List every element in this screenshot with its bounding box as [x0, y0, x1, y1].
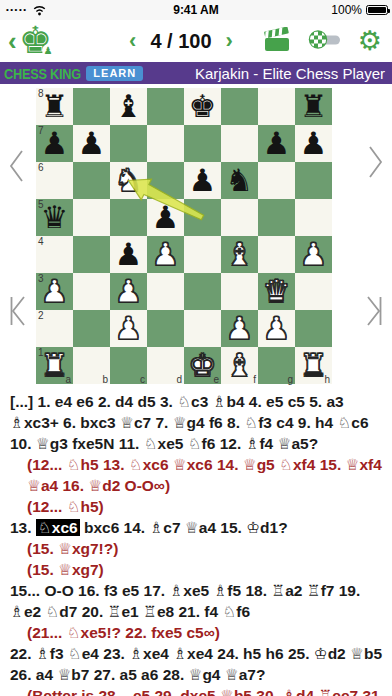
black-rook-h8: ♜: [300, 88, 328, 125]
white-rook-h1: ♜: [300, 347, 328, 384]
prev-position-button[interactable]: ‹: [129, 20, 136, 62]
status-bar: ••••• 9:41 AM 100%: [0, 0, 392, 20]
black-pawn-a7: ♟: [41, 125, 69, 162]
square-e1[interactable]: e♚: [184, 347, 221, 384]
white-pawn-a3: ♟: [41, 273, 69, 310]
square-h3[interactable]: [295, 273, 332, 310]
notation-line-variation[interactable]: ♕a4 16. ♕d2 O-O∞): [0, 475, 392, 496]
square-e3[interactable]: [184, 273, 221, 310]
file-label: d: [176, 374, 182, 385]
square-h5[interactable]: [295, 199, 332, 236]
first-move-button[interactable]: [7, 293, 29, 329]
square-g6[interactable]: [258, 162, 295, 199]
notation-line[interactable]: 10. ♕g3 fxe5N 11. ♘xe5 ♘f6 12. ♗f4 ♕a5?: [0, 433, 392, 454]
square-d6[interactable]: [147, 162, 184, 199]
square-d3[interactable]: [147, 273, 184, 310]
notation-line-variation[interactable]: (15. ♕xg7): [0, 559, 392, 580]
notation-line-variation[interactable]: (12... ♘h5): [0, 496, 392, 517]
square-b3[interactable]: [73, 273, 110, 310]
white-bishop-f4: ♝: [226, 236, 254, 273]
settings-button[interactable]: ⚙: [358, 20, 382, 62]
square-d4[interactable]: ♟: [147, 236, 184, 273]
file-label: c: [140, 374, 145, 385]
square-h4[interactable]: ♟: [295, 236, 332, 273]
square-g8[interactable]: [258, 88, 295, 125]
battery-percent: 100%: [331, 3, 362, 17]
black-pawn-c4: ♟: [115, 236, 143, 273]
black-knight-f6: ♞: [226, 162, 254, 199]
file-label: g: [287, 374, 293, 385]
square-a7[interactable]: 7♟: [36, 125, 73, 162]
checkered-ball-toggle-icon: [308, 29, 341, 50]
black-queen-a5: ♛: [41, 199, 69, 236]
back-button[interactable]: ‹ ♚ ♟: [8, 22, 52, 60]
notation-line-variation[interactable]: (12... ♘h5 13. ♘xc6 ♕xc6 14. ♕g5 ♘xf4 15…: [0, 454, 392, 475]
square-e8[interactable]: ♚: [184, 88, 221, 125]
black-pawn-e6: ♟: [189, 162, 217, 199]
next-position-button[interactable]: ›: [226, 20, 233, 62]
white-king-e1: ♚: [189, 347, 217, 384]
rank-label: 6: [38, 162, 44, 173]
notation-panel[interactable]: [...] 1. e4 e6 2. d4 d5 3. ♘c3 ♗b4 4. e5…: [0, 391, 392, 696]
clapperboard-icon: [264, 27, 291, 52]
black-pawn-b7: ♟: [78, 125, 106, 162]
square-d2[interactable]: [147, 310, 184, 347]
square-b5[interactable]: [73, 199, 110, 236]
notation-line[interactable]: 15... O-O 16. f3 e5 17. ♗xe5 ♗f5 18. ♖a2…: [0, 580, 392, 601]
black-bishop-c8: ♝: [115, 88, 143, 125]
white-pawn-f2: ♟: [226, 310, 254, 347]
position-counter: 4 / 100: [150, 30, 211, 53]
square-b2[interactable]: [73, 310, 110, 347]
gear-icon: ⚙: [358, 25, 382, 56]
next-move-button[interactable]: [365, 144, 385, 180]
square-f7[interactable]: [221, 125, 258, 162]
square-c4[interactable]: ♟: [110, 236, 147, 273]
square-g5[interactable]: [258, 199, 295, 236]
square-c5[interactable]: [110, 199, 147, 236]
square-d5[interactable]: ♟: [147, 199, 184, 236]
square-c2[interactable]: ♟: [110, 310, 147, 347]
black-pawn-h7: ♟: [300, 125, 328, 162]
white-pawn-h4: ♟: [300, 236, 328, 273]
notation-line-current[interactable]: 13. ♘xc6 bxc6 14. ♗c7 ♕a4 15. ♔d1?: [0, 517, 392, 538]
square-g7[interactable]: ♟: [258, 125, 295, 162]
square-a1[interactable]: 1a♜: [36, 347, 73, 384]
video-button[interactable]: [264, 27, 291, 56]
notation-line[interactable]: 26. a4 ♕b7 27. a5 a6 28. ♕g4 ♕a7?: [0, 664, 392, 685]
square-f3[interactable]: [221, 273, 258, 310]
logo-badge-icon: ♟: [42, 44, 55, 57]
chess-board[interactable]: 8♜♝♚♜7♟♟♟♟6♞♟♞5♛♟4♟♟♝♟3♟♟♛2♟♟♟1a♜bcde♚f♝…: [36, 88, 332, 384]
square-f5[interactable]: [221, 199, 258, 236]
square-a3[interactable]: 3♟: [36, 273, 73, 310]
square-c6[interactable]: ♞: [110, 162, 147, 199]
notation-line[interactable]: 22. ♗f3 ♘e4 23. ♗xe4 ♗xe4 24. h5 h6 25. …: [0, 643, 392, 664]
square-a8[interactable]: 8♜: [36, 88, 73, 125]
square-a2[interactable]: 2: [36, 310, 73, 347]
square-h1[interactable]: h♜: [295, 347, 332, 384]
square-h8[interactable]: ♜: [295, 88, 332, 125]
course-title: Karjakin - Elite Chess Player: [195, 65, 385, 82]
square-d7[interactable]: [147, 125, 184, 162]
square-e4[interactable]: [184, 236, 221, 273]
black-pawn-d5: ♟: [152, 199, 180, 236]
square-g4[interactable]: [258, 236, 295, 273]
square-a6[interactable]: 6: [36, 162, 73, 199]
square-d8[interactable]: [147, 88, 184, 125]
square-f8[interactable]: [221, 88, 258, 125]
chess-king-logo-icon: ♚ ♟: [19, 22, 52, 60]
square-f6[interactable]: ♞: [221, 162, 258, 199]
rank-label: 4: [38, 236, 44, 247]
white-knight-c6: ♞: [115, 162, 143, 199]
white-pawn-c3: ♟: [115, 273, 143, 310]
back-chevron-icon: ‹: [8, 22, 17, 60]
square-b6[interactable]: [73, 162, 110, 199]
square-e7[interactable]: [184, 125, 221, 162]
square-g2[interactable]: ♟: [258, 310, 295, 347]
rank-label: 2: [38, 310, 44, 321]
file-label: f: [253, 374, 256, 385]
current-move-highlight[interactable]: ♘xc6: [36, 519, 80, 536]
notation-line[interactable]: [...] 1. e4 e6 2. d4 d5 3. ♘c3 ♗b4 4. e5…: [0, 391, 392, 412]
square-f2[interactable]: ♟: [221, 310, 258, 347]
square-e6[interactable]: ♟: [184, 162, 221, 199]
square-d1[interactable]: d: [147, 347, 184, 384]
square-g3[interactable]: ♛: [258, 273, 295, 310]
file-label: b: [102, 374, 108, 385]
square-f4[interactable]: ♝: [221, 236, 258, 273]
square-g1[interactable]: g: [258, 347, 295, 384]
white-queen-g3: ♛: [263, 273, 291, 310]
square-a5[interactable]: 5♛: [36, 199, 73, 236]
white-pawn-g2: ♟: [263, 310, 291, 347]
white-bishop-f1: ♝: [226, 347, 254, 384]
square-f1[interactable]: f♝: [221, 347, 258, 384]
board-area: 8♜♝♚♜7♟♟♟♟6♞♟♞5♛♟4♟♟♝♟3♟♟♛2♟♟♟1a♜bcde♚f♝…: [36, 88, 332, 384]
square-h2[interactable]: [295, 310, 332, 347]
square-h6[interactable]: [295, 162, 332, 199]
nav-bar: ‹ ♚ ♟ ‹ 4 / 100 ›: [0, 20, 392, 62]
notation-line-variation[interactable]: (21... ♘xe5!? 22. fxe5 c5∞): [0, 622, 392, 643]
square-b8[interactable]: [73, 88, 110, 125]
white-pawn-d4: ♟: [152, 236, 180, 273]
pieces-toggle[interactable]: [308, 29, 341, 54]
square-b7[interactable]: ♟: [73, 125, 110, 162]
square-c7[interactable]: [110, 125, 147, 162]
learn-badge: LEARN: [86, 66, 143, 81]
white-rook-a1: ♜: [41, 347, 69, 384]
white-pawn-c2: ♟: [115, 310, 143, 347]
black-pawn-g7: ♟: [263, 125, 291, 162]
square-c8[interactable]: ♝: [110, 88, 147, 125]
black-king-e8: ♚: [189, 88, 217, 125]
notation-line[interactable]: ♗xc3+ 6. bxc3 ♕c7 7. ♕g4 f6 8. ♘f3 c4 9.…: [0, 412, 392, 433]
battery-icon: [366, 5, 388, 15]
last-move-button[interactable]: [363, 293, 385, 329]
square-e2[interactable]: [184, 310, 221, 347]
notation-line-variation[interactable]: (Better is 28... e5 29. dxe5 ♕b5 30. ♗d4…: [0, 685, 392, 696]
square-c1[interactable]: c: [110, 347, 147, 384]
header-bar: CHESS KING LEARN Karjakin - Elite Chess …: [0, 62, 392, 84]
square-h7[interactable]: ♟: [295, 125, 332, 162]
notation-line-variation[interactable]: (15. ♕xg7!?): [0, 538, 392, 559]
notation-line[interactable]: ♗e2 ♘d7 20. ♖e1 ♖e8 21. f4 ♘f6: [0, 601, 392, 622]
square-a4[interactable]: 4: [36, 236, 73, 273]
brand-logo: CHESS KING: [4, 65, 81, 82]
square-b4[interactable]: [73, 236, 110, 273]
square-b1[interactable]: b: [73, 347, 110, 384]
square-c3[interactable]: ♟: [110, 273, 147, 310]
black-rook-a8: ♜: [41, 88, 69, 125]
square-e5[interactable]: [184, 199, 221, 236]
prev-move-button[interactable]: [7, 148, 27, 184]
